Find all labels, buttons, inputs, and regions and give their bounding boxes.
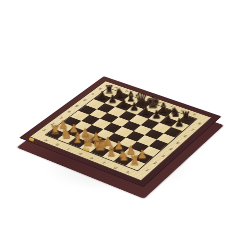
chess-set-product-photo: abcdefgh abcdefgh 87654321 87654321 ♜♞♝♛… (0, 0, 228, 228)
